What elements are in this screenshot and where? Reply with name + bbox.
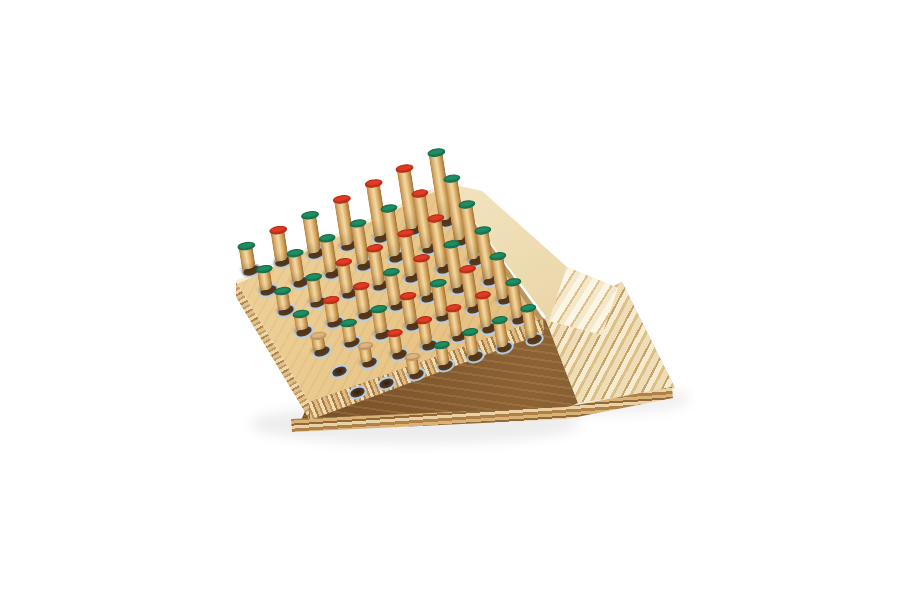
red-peg-cap [475,290,492,300]
red-peg-cap [399,291,417,301]
red-peg-cap [395,163,414,174]
green-peg-cap [427,147,446,158]
red-peg[interactable] [367,246,386,286]
natural-peg[interactable] [405,355,420,374]
green-peg[interactable] [521,306,538,339]
red-peg-cap [335,257,353,268]
empty-hole[interactable] [375,374,397,393]
red-peg-cap [459,264,477,274]
green-peg[interactable] [257,267,273,291]
green-peg[interactable] [492,319,508,348]
green-peg[interactable] [306,275,323,302]
red-peg-cap [445,303,462,313]
green-peg-cap [382,267,400,278]
red-peg[interactable] [354,284,371,314]
red-peg-cap [416,315,433,325]
red-peg-cap [411,188,429,199]
red-peg-cap [413,253,431,264]
green-peg[interactable] [275,289,291,310]
empty-hole[interactable] [346,383,368,402]
peg-body [398,232,418,278]
green-peg[interactable] [506,280,524,319]
natural-peg-cap [357,341,374,351]
green-peg[interactable] [239,244,256,270]
red-peg-cap [387,328,404,338]
red-peg-cap [352,281,370,292]
peg-body [350,222,370,266]
green-peg-cap [237,241,256,252]
red-peg[interactable] [401,294,418,325]
pegs-and-holes-layer [0,0,900,600]
red-peg-cap [366,242,384,253]
natural-peg[interactable] [311,334,326,351]
green-peg[interactable] [319,237,338,274]
empty-hole[interactable] [328,362,351,381]
red-peg[interactable] [414,256,433,297]
green-peg[interactable] [384,270,402,305]
red-peg[interactable] [418,319,434,346]
red-peg[interactable] [476,293,493,328]
green-peg[interactable] [434,343,449,366]
product-photo-stage [0,0,900,600]
red-peg[interactable] [388,331,403,354]
green-peg-cap [520,303,537,313]
red-peg[interactable] [336,260,354,293]
natural-peg[interactable] [359,344,374,363]
green-peg-cap [380,203,398,214]
green-peg-cap [462,327,479,337]
green-peg[interactable] [293,312,308,331]
green-peg[interactable] [288,252,306,282]
green-peg[interactable] [490,255,509,300]
green-peg[interactable] [463,331,479,357]
green-peg[interactable] [302,213,321,254]
red-peg[interactable] [270,229,288,262]
green-peg[interactable] [350,222,370,266]
red-peg[interactable] [323,298,339,323]
red-peg[interactable] [447,306,464,337]
natural-peg-cap [310,331,328,341]
green-peg[interactable] [431,281,449,317]
green-peg[interactable] [371,308,387,334]
green-peg[interactable] [341,321,356,343]
peg-body [490,255,509,300]
green-peg-cap [443,239,461,250]
red-peg[interactable] [398,232,418,278]
